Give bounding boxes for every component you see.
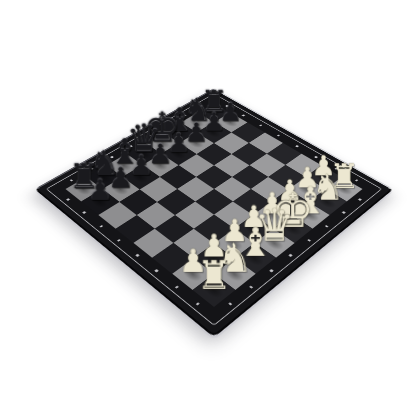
piece-white-rook[interactable]: ♜ bbox=[196, 255, 231, 294]
frame-rivet bbox=[242, 114, 245, 116]
frame-rivet bbox=[295, 145, 298, 147]
frame-rivet bbox=[175, 285, 179, 288]
frame-rivet bbox=[117, 239, 121, 242]
frame-rivet bbox=[307, 239, 311, 242]
board-grid: ♜♟♟♜♞♟♟♞♝♟♟♝♚♟♟♚♛♟♟♛♝♟♟♝♞♟♟♞♜♟♟♜ bbox=[66, 103, 363, 307]
frame-rivet bbox=[228, 302, 232, 305]
frame-rivet bbox=[277, 134, 280, 136]
frame-rivet bbox=[249, 285, 253, 288]
square-a1[interactable]: ♜ bbox=[192, 274, 235, 307]
frame-rivet bbox=[358, 198, 362, 200]
chess-set-photo: ♜♟♟♜♞♟♟♞♝♟♟♝♚♟♟♚♛♟♟♛♝♟♟♝♞♟♟♞♜♟♟♜ bbox=[0, 0, 408, 408]
frame-rivet bbox=[136, 254, 140, 257]
piece-black-pawn[interactable]: ♟ bbox=[88, 177, 114, 206]
frame-rivet bbox=[196, 302, 200, 305]
frame-rivet bbox=[100, 225, 104, 228]
chess-board: ♜♟♟♜♞♟♟♞♝♟♟♝♚♟♟♚♛♟♟♛♝♟♟♝♞♟♟♞♜♟♟♜ bbox=[34, 88, 393, 337]
frame-rivet bbox=[289, 254, 293, 257]
frame-rivet bbox=[269, 269, 273, 272]
frame-rivet bbox=[155, 269, 159, 272]
frame-rivet bbox=[342, 211, 346, 214]
frame-rivet bbox=[259, 124, 262, 126]
frame-rivet bbox=[83, 211, 87, 214]
frame-rivet bbox=[325, 225, 329, 228]
frame-rivet bbox=[66, 198, 70, 200]
